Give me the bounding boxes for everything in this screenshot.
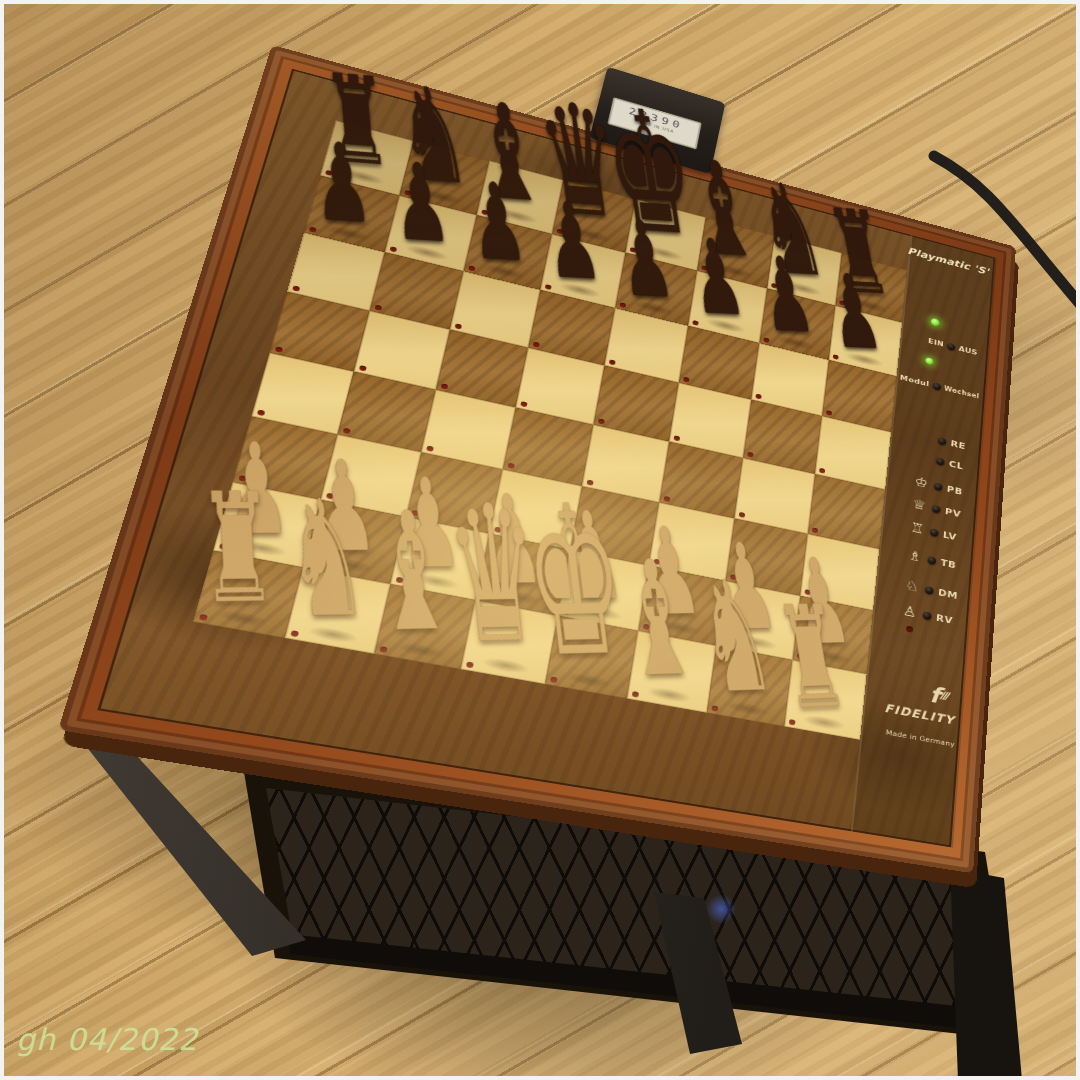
square-led	[441, 383, 449, 389]
square-led	[455, 323, 462, 329]
function-button-PV[interactable]	[932, 504, 941, 513]
watermark: gh 04/2022	[16, 1022, 198, 1057]
square-led	[468, 265, 475, 271]
function-button-RV[interactable]	[923, 611, 932, 620]
square-led	[683, 377, 690, 383]
king-icon: ♔	[913, 475, 930, 491]
square-led	[747, 452, 753, 458]
function-key-row-TB: ♗TB	[906, 546, 969, 577]
function-key-row-DM: ♘DM	[903, 576, 967, 607]
function-label-TB: TB	[940, 557, 968, 573]
piece-white-knight[interactable]: ♞	[281, 479, 371, 642]
function-label-LV: LV	[943, 529, 971, 545]
fidelity-flag-icon: ///	[940, 689, 948, 702]
function-label-RV: RV	[936, 612, 965, 628]
function-button-RE[interactable]	[938, 437, 947, 446]
spare-led	[906, 626, 913, 633]
power-switch-row: EIN AUS	[928, 334, 978, 361]
rook-icon: ♖	[908, 521, 926, 537]
pawn-icon: ♙	[901, 604, 919, 621]
power-on-label: EIN	[928, 337, 945, 348]
bishop-icon: ♗	[906, 548, 924, 564]
function-label-DM: DM	[938, 587, 967, 603]
piece-black-pawn[interactable]: ♟	[388, 148, 454, 259]
square-led	[292, 285, 300, 291]
power-led	[930, 318, 939, 327]
module-change-button[interactable]	[933, 382, 942, 390]
function-button-PB[interactable]	[934, 482, 943, 491]
square-led	[673, 435, 680, 441]
no-icon	[918, 435, 934, 439]
piece-black-pawn[interactable]: ♟	[309, 128, 375, 240]
no-icon	[916, 456, 932, 460]
square-led	[819, 468, 825, 474]
square-led	[609, 359, 616, 365]
function-button-CL[interactable]	[936, 457, 945, 466]
square-led	[390, 246, 398, 252]
knight-icon: ♘	[903, 578, 921, 595]
square-led	[520, 401, 527, 407]
playmatic-logo: Playmatic 'S'	[907, 245, 989, 277]
function-button-TB[interactable]	[927, 556, 936, 565]
module-switch-row: Modul Wechsel	[899, 370, 980, 404]
module-change-label: Wechsel	[944, 385, 980, 400]
module-led	[925, 357, 933, 365]
square-led	[275, 346, 283, 352]
square-led	[374, 305, 382, 311]
function-label-PV: PV	[945, 506, 973, 522]
square-led	[598, 418, 605, 424]
square-led	[309, 227, 317, 233]
function-button-LV[interactable]	[930, 528, 939, 537]
function-button-DM[interactable]	[925, 585, 934, 594]
square-h1[interactable]: ♜	[784, 660, 866, 740]
power-button[interactable]	[947, 342, 955, 350]
square-led	[533, 342, 540, 348]
square-g1[interactable]: ♞	[707, 646, 793, 727]
power-off-label: AUS	[958, 345, 977, 357]
photo-frame: 22390 MADE IN USA Playmatic 'S' EIN AUS …	[0, 0, 1080, 1080]
piece-white-rook[interactable]: ♜	[196, 473, 279, 625]
square-led	[755, 394, 761, 400]
module-label: Modul	[900, 374, 930, 388]
square-led	[359, 365, 367, 371]
square-led	[826, 410, 832, 416]
function-label-RE: RE	[950, 438, 977, 454]
function-label-PB: PB	[946, 483, 974, 499]
queen-icon: ♕	[911, 497, 929, 513]
fidelity-logo-icon: f///	[929, 683, 948, 708]
function-label-CL: CL	[949, 458, 976, 474]
made-in-germany: Made in Germany	[885, 728, 955, 748]
